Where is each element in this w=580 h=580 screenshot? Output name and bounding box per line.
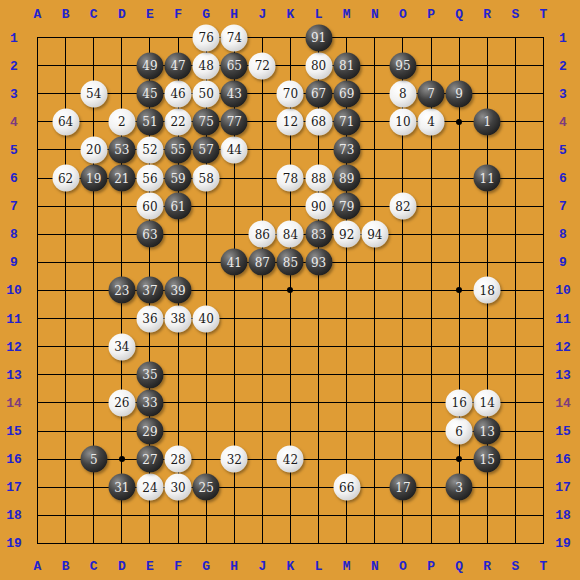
stone-number: 3 [455,480,463,494]
stone-L9-move-93[interactable]: 93 [305,249,332,276]
column-label-top-K[interactable]: K [287,8,295,21]
row-label-right-17[interactable]: 17 [555,481,571,494]
stone-H9-move-41[interactable]: 41 [221,249,248,276]
stone-D5-move-53[interactable]: 53 [108,136,135,163]
stone-number: 44 [227,143,242,157]
stone-number: 25 [199,480,214,494]
row-label-left-15[interactable]: 15 [6,425,22,438]
stone-H16-move-32[interactable]: 32 [221,446,248,473]
stone-G4-move-75[interactable]: 75 [193,108,220,135]
stone-Q17-move-3[interactable]: 3 [446,474,473,501]
row-label-left-7[interactable]: 7 [10,200,18,213]
row-label-left-13[interactable]: 13 [6,368,22,381]
column-label-top-Q[interactable]: Q [455,8,463,21]
stone-number: 32 [227,452,242,466]
stone-D12-move-34[interactable]: 34 [108,333,135,360]
stone-number: 55 [170,143,185,157]
grid-line-horizontal [37,374,544,375]
row-label-right-9[interactable]: 9 [559,256,567,269]
stone-G3-move-50[interactable]: 50 [193,80,220,107]
stone-O17-move-17[interactable]: 17 [389,474,416,501]
row-label-right-13[interactable]: 13 [555,368,571,381]
stone-M3-move-69[interactable]: 69 [333,80,360,107]
stone-number: 43 [227,87,242,101]
grid-line-vertical [543,37,544,544]
stone-Q15-move-6[interactable]: 6 [446,418,473,445]
stone-K16-move-42[interactable]: 42 [277,446,304,473]
stone-M17-move-66[interactable]: 66 [333,474,360,501]
row-label-right-15[interactable]: 15 [555,425,571,438]
column-label-top-H[interactable]: H [230,8,238,21]
stone-H4-move-77[interactable]: 77 [221,108,248,135]
stone-L1-move-91[interactable]: 91 [305,24,332,51]
stone-number: 69 [339,87,354,101]
column-label-top-O[interactable]: O [399,8,407,21]
stone-R6-move-11[interactable]: 11 [474,165,501,192]
stone-number: 63 [142,227,157,241]
stone-E15-move-29[interactable]: 29 [136,418,163,445]
stone-number: 59 [170,171,185,185]
stone-F3-move-46[interactable]: 46 [165,80,192,107]
stone-R14-move-14[interactable]: 14 [474,389,501,416]
stone-number: 66 [339,480,354,494]
stone-R15-move-13[interactable]: 13 [474,418,501,445]
stone-number: 74 [227,31,242,45]
stone-number: 26 [114,396,129,410]
stone-number: 5 [90,452,98,466]
column-label-top-N[interactable]: N [371,8,379,21]
stone-H1-move-74[interactable]: 74 [221,24,248,51]
stone-number: 87 [255,255,270,269]
column-label-bottom-T[interactable]: T [540,560,548,573]
stone-number: 50 [199,87,214,101]
stone-D14-move-26[interactable]: 26 [108,389,135,416]
stone-G5-move-57[interactable]: 57 [193,136,220,163]
stone-O3-move-8[interactable]: 8 [389,80,416,107]
grid-line-vertical [374,37,375,544]
stone-number: 4 [427,115,435,129]
stone-C5-move-20[interactable]: 20 [80,136,107,163]
stone-number: 10 [395,115,410,129]
stone-E11-move-36[interactable]: 36 [136,305,163,332]
stone-number: 79 [339,199,354,213]
stone-E17-move-24[interactable]: 24 [136,474,163,501]
stone-J9-move-87[interactable]: 87 [249,249,276,276]
stone-K8-move-84[interactable]: 84 [277,221,304,248]
stone-number: 81 [339,59,354,73]
column-label-bottom-S[interactable]: S [511,560,519,573]
row-label-right-12[interactable]: 12 [555,340,571,353]
star-point [119,456,125,462]
row-label-right-19[interactable]: 19 [555,537,571,550]
stone-K3-move-70[interactable]: 70 [277,80,304,107]
stone-Q14-move-16[interactable]: 16 [446,389,473,416]
stone-E2-move-49[interactable]: 49 [136,52,163,79]
stone-number: 88 [311,171,326,185]
stone-number: 72 [255,59,270,73]
row-label-left-19[interactable]: 19 [6,537,22,550]
stone-number: 42 [283,452,298,466]
row-label-left-16[interactable]: 16 [6,453,22,466]
row-label-right-2[interactable]: 2 [559,59,567,72]
stone-O2-move-95[interactable]: 95 [389,52,416,79]
column-label-top-R[interactable]: R [483,8,491,21]
stone-number: 23 [114,283,129,297]
grid-line-horizontal [37,515,544,516]
stone-number: 6 [455,424,463,438]
stone-number: 70 [283,87,298,101]
column-label-bottom-Q[interactable]: Q [455,560,463,573]
stone-number: 31 [114,480,129,494]
stone-number: 77 [227,115,242,129]
stone-M6-move-89[interactable]: 89 [333,165,360,192]
stone-E4-move-51[interactable]: 51 [136,108,163,135]
stone-F16-move-28[interactable]: 28 [165,446,192,473]
stone-number: 60 [142,199,157,213]
row-label-left-2[interactable]: 2 [10,59,18,72]
stone-E10-move-37[interactable]: 37 [136,277,163,304]
stone-K6-move-78[interactable]: 78 [277,165,304,192]
stone-number: 51 [142,115,157,129]
stone-number: 76 [199,31,214,45]
stone-number: 64 [58,115,73,129]
star-point [456,119,462,125]
stone-J8-move-86[interactable]: 86 [249,221,276,248]
stone-E8-move-63[interactable]: 63 [136,221,163,248]
row-label-right-10[interactable]: 10 [555,284,571,297]
stone-C3-move-54[interactable]: 54 [80,80,107,107]
row-label-left-9[interactable]: 9 [10,256,18,269]
row-label-right-11[interactable]: 11 [555,312,571,325]
column-label-top-P[interactable]: P [427,8,435,21]
star-point [287,287,293,293]
stone-number: 65 [227,59,242,73]
stone-H2-move-65[interactable]: 65 [221,52,248,79]
column-label-top-T[interactable]: T [540,8,548,21]
stone-F17-move-30[interactable]: 30 [165,474,192,501]
stone-number: 38 [170,312,185,326]
stone-number: 48 [199,59,214,73]
stone-number: 11 [480,171,495,185]
stone-number: 28 [170,452,185,466]
stone-M7-move-79[interactable]: 79 [333,193,360,220]
stone-number: 78 [283,171,298,185]
stone-D17-move-31[interactable]: 31 [108,474,135,501]
stone-K9-move-85[interactable]: 85 [277,249,304,276]
stone-number: 16 [452,396,467,410]
row-label-right-4[interactable]: 4 [559,115,567,128]
stone-B4-move-64[interactable]: 64 [52,108,79,135]
stone-number: 62 [58,171,73,185]
stone-number: 71 [339,115,354,129]
stone-E7-move-60[interactable]: 60 [136,193,163,220]
stone-L4-move-68[interactable]: 68 [305,108,332,135]
stone-F2-move-47[interactable]: 47 [165,52,192,79]
column-label-bottom-O[interactable]: O [399,560,407,573]
stone-M2-move-81[interactable]: 81 [333,52,360,79]
stone-number: 27 [142,452,157,466]
column-label-top-D[interactable]: D [118,8,126,21]
stone-number: 53 [114,143,129,157]
stone-F11-move-38[interactable]: 38 [165,305,192,332]
stone-E3-move-45[interactable]: 45 [136,80,163,107]
stone-number: 68 [311,115,326,129]
stone-number: 18 [480,283,495,297]
row-label-right-16[interactable]: 16 [555,453,571,466]
column-label-bottom-J[interactable]: J [258,560,266,573]
stone-number: 39 [170,283,185,297]
stone-H3-move-43[interactable]: 43 [221,80,248,107]
stone-number: 67 [311,87,326,101]
stone-number: 35 [142,368,157,382]
stone-number: 58 [199,171,214,185]
column-label-bottom-L[interactable]: L [315,560,323,573]
column-label-bottom-K[interactable]: K [287,560,295,573]
star-point [456,287,462,293]
star-point [456,456,462,462]
stone-number: 15 [480,452,495,466]
stone-L6-move-88[interactable]: 88 [305,165,332,192]
stone-H5-move-44[interactable]: 44 [221,136,248,163]
row-label-right-1[interactable]: 1 [559,31,567,44]
stone-number: 95 [395,59,410,73]
column-label-top-B[interactable]: B [62,8,70,21]
stone-K4-move-12[interactable]: 12 [277,108,304,135]
stone-E5-move-52[interactable]: 52 [136,136,163,163]
column-label-top-G[interactable]: G [202,8,210,21]
stone-D4-move-2[interactable]: 2 [108,108,135,135]
stone-number: 93 [311,255,326,269]
stone-number: 82 [395,199,410,213]
column-label-bottom-H[interactable]: H [230,560,238,573]
column-label-top-L[interactable]: L [315,8,323,21]
stone-L3-move-67[interactable]: 67 [305,80,332,107]
stone-number: 20 [86,143,101,157]
stone-P4-move-4[interactable]: 4 [418,108,445,135]
stone-number: 54 [86,87,101,101]
stone-G1-move-76[interactable]: 76 [193,24,220,51]
stone-number: 30 [170,480,185,494]
stone-number: 56 [142,171,157,185]
stone-J2-move-72[interactable]: 72 [249,52,276,79]
stone-number: 85 [283,255,298,269]
stone-number: 22 [170,115,185,129]
stone-number: 90 [311,199,326,213]
stone-number: 84 [283,227,298,241]
column-label-bottom-P[interactable]: P [427,560,435,573]
row-label-left-5[interactable]: 5 [10,143,18,156]
stone-E6-move-56[interactable]: 56 [136,165,163,192]
stone-O4-move-10[interactable]: 10 [389,108,416,135]
row-label-left-6[interactable]: 6 [10,172,18,185]
stone-number: 92 [339,227,354,241]
stone-number: 17 [395,480,410,494]
row-label-left-8[interactable]: 8 [10,228,18,241]
stone-number: 9 [455,87,463,101]
column-label-top-S[interactable]: S [511,8,519,21]
stone-E16-move-27[interactable]: 27 [136,446,163,473]
row-label-right-3[interactable]: 3 [559,87,567,100]
stone-number: 19 [86,171,101,185]
row-label-left-18[interactable]: 18 [6,509,22,522]
stone-number: 61 [170,199,185,213]
row-label-left-14[interactable]: 14 [6,396,22,409]
column-label-bottom-G[interactable]: G [202,560,210,573]
column-label-bottom-B[interactable]: B [62,560,70,573]
stone-F6-move-59[interactable]: 59 [165,165,192,192]
stone-O7-move-82[interactable]: 82 [389,193,416,220]
column-label-bottom-F[interactable]: F [174,560,182,573]
stone-G6-move-58[interactable]: 58 [193,165,220,192]
column-label-top-F[interactable]: F [174,8,182,21]
stone-D6-move-21[interactable]: 21 [108,165,135,192]
stone-R10-move-18[interactable]: 18 [474,277,501,304]
row-label-right-14[interactable]: 14 [555,396,571,409]
stone-F4-move-22[interactable]: 22 [165,108,192,135]
stone-number: 21 [114,171,129,185]
stone-number: 89 [339,171,354,185]
stone-E14-move-33[interactable]: 33 [136,389,163,416]
stone-N8-move-94[interactable]: 94 [361,221,388,248]
stone-number: 7 [427,87,435,101]
column-label-top-A[interactable]: A [34,8,42,21]
stone-number: 33 [142,396,157,410]
stone-number: 75 [199,115,214,129]
row-label-right-7[interactable]: 7 [559,200,567,213]
column-label-top-C[interactable]: C [90,8,98,21]
stone-number: 94 [367,227,382,241]
stone-number: 12 [283,115,298,129]
stone-F5-move-55[interactable]: 55 [165,136,192,163]
column-label-bottom-N[interactable]: N [371,560,379,573]
stone-number: 36 [142,312,157,326]
stone-R16-move-15[interactable]: 15 [474,446,501,473]
stone-P3-move-7[interactable]: 7 [418,80,445,107]
stone-number: 49 [142,59,157,73]
row-label-left-1[interactable]: 1 [10,31,18,44]
stone-M4-move-71[interactable]: 71 [333,108,360,135]
row-label-right-6[interactable]: 6 [559,172,567,185]
stone-number: 46 [170,87,185,101]
stone-L8-move-83[interactable]: 83 [305,221,332,248]
go-board: AABBCCDDEEFFGGHHJJKKLLMMNNOOPPQQRRSSTT11… [0,0,580,580]
column-label-bottom-R[interactable]: R [483,560,491,573]
stone-number: 80 [311,59,326,73]
stone-number: 83 [311,227,326,241]
column-label-bottom-C[interactable]: C [90,560,98,573]
stone-F10-move-39[interactable]: 39 [165,277,192,304]
stone-F7-move-61[interactable]: 61 [165,193,192,220]
stone-number: 13 [480,424,495,438]
stone-number: 86 [255,227,270,241]
stone-number: 41 [227,255,242,269]
column-label-bottom-M[interactable]: M [343,560,351,573]
stone-M5-move-73[interactable]: 73 [333,136,360,163]
stone-E13-move-35[interactable]: 35 [136,361,163,388]
stone-number: 47 [170,59,185,73]
stone-number: 37 [142,283,157,297]
stone-G2-move-48[interactable]: 48 [193,52,220,79]
grid-line-horizontal [37,318,544,319]
stone-number: 29 [142,424,157,438]
row-label-left-11[interactable]: 11 [6,312,22,325]
row-label-left-4[interactable]: 4 [10,115,18,128]
column-label-top-E[interactable]: E [146,8,154,21]
row-label-left-10[interactable]: 10 [6,284,22,297]
column-label-top-J[interactable]: J [258,8,266,21]
column-label-top-M[interactable]: M [343,8,351,21]
stone-number: 45 [142,87,157,101]
column-label-bottom-A[interactable]: A [34,560,42,573]
grid-line-vertical [515,37,516,544]
stone-number: 2 [118,115,126,129]
stone-D10-move-23[interactable]: 23 [108,277,135,304]
stone-number: 14 [480,396,495,410]
stone-number: 73 [339,143,354,157]
stone-number: 40 [199,312,214,326]
row-label-left-17[interactable]: 17 [6,481,22,494]
row-label-right-5[interactable]: 5 [559,143,567,156]
stone-M8-move-92[interactable]: 92 [333,221,360,248]
stone-number: 8 [399,87,407,101]
column-label-bottom-D[interactable]: D [118,560,126,573]
column-label-bottom-E[interactable]: E [146,560,154,573]
grid-line-horizontal [37,543,544,544]
stone-number: 34 [114,340,129,354]
row-label-right-8[interactable]: 8 [559,228,567,241]
stone-C6-move-19[interactable]: 19 [80,165,107,192]
row-label-left-12[interactable]: 12 [6,340,22,353]
stone-number: 57 [199,143,214,157]
stone-G11-move-40[interactable]: 40 [193,305,220,332]
stone-number: 52 [142,143,157,157]
stone-B6-move-62[interactable]: 62 [52,165,79,192]
stone-L7-move-90[interactable]: 90 [305,193,332,220]
stone-number: 91 [311,31,326,45]
stone-number: 1 [483,115,491,129]
stone-C16-move-5[interactable]: 5 [80,446,107,473]
stone-G17-move-25[interactable]: 25 [193,474,220,501]
go-game-record: AABBCCDDEEFFGGHHJJKKLLMMNNOOPPQQRRSSTT11… [0,0,580,580]
stone-R4-move-1[interactable]: 1 [474,108,501,135]
stone-L2-move-80[interactable]: 80 [305,52,332,79]
stone-Q3-move-9[interactable]: 9 [446,80,473,107]
row-label-right-18[interactable]: 18 [555,509,571,522]
row-label-left-3[interactable]: 3 [10,87,18,100]
stone-number: 24 [142,480,157,494]
